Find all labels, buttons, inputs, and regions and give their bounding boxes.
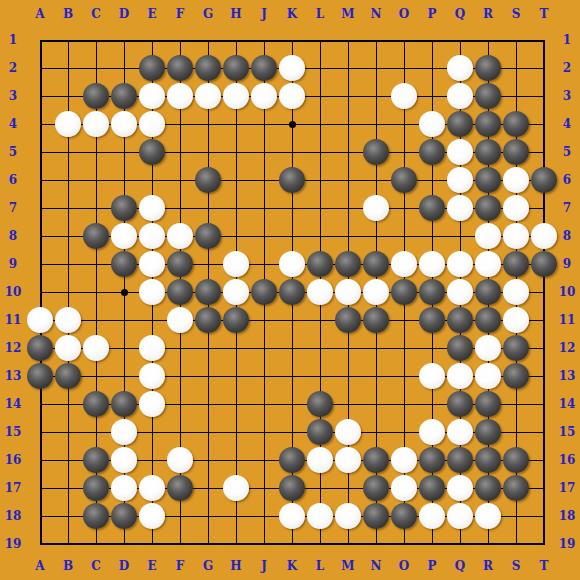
intersection-N10[interactable] bbox=[362, 278, 390, 306]
intersection-J19[interactable] bbox=[250, 530, 278, 558]
intersection-D5[interactable] bbox=[110, 138, 138, 166]
intersection-K10[interactable] bbox=[278, 278, 306, 306]
intersection-S12[interactable] bbox=[502, 334, 530, 362]
intersection-B11[interactable] bbox=[54, 306, 82, 334]
intersection-M15[interactable] bbox=[334, 418, 362, 446]
intersection-A3[interactable] bbox=[26, 82, 54, 110]
intersection-F8[interactable] bbox=[166, 222, 194, 250]
intersection-F14[interactable] bbox=[166, 390, 194, 418]
intersection-T12[interactable] bbox=[530, 334, 558, 362]
intersection-K4[interactable] bbox=[278, 110, 306, 138]
intersection-D2[interactable] bbox=[110, 54, 138, 82]
intersection-E2[interactable] bbox=[138, 54, 166, 82]
intersection-O18[interactable] bbox=[390, 502, 418, 530]
intersection-R9[interactable] bbox=[474, 250, 502, 278]
intersection-S15[interactable] bbox=[502, 418, 530, 446]
intersection-N19[interactable] bbox=[362, 530, 390, 558]
intersection-Q7[interactable] bbox=[446, 194, 474, 222]
intersection-M14[interactable] bbox=[334, 390, 362, 418]
intersection-D14[interactable] bbox=[110, 390, 138, 418]
intersection-O10[interactable] bbox=[390, 278, 418, 306]
intersection-S5[interactable] bbox=[502, 138, 530, 166]
intersection-Q19[interactable] bbox=[446, 530, 474, 558]
intersection-L3[interactable] bbox=[306, 82, 334, 110]
intersection-D12[interactable] bbox=[110, 334, 138, 362]
intersection-H9[interactable] bbox=[222, 250, 250, 278]
intersection-M7[interactable] bbox=[334, 194, 362, 222]
intersection-K14[interactable] bbox=[278, 390, 306, 418]
intersection-J8[interactable] bbox=[250, 222, 278, 250]
intersection-J13[interactable] bbox=[250, 362, 278, 390]
intersection-G17[interactable] bbox=[194, 474, 222, 502]
intersection-C5[interactable] bbox=[82, 138, 110, 166]
intersection-E10[interactable] bbox=[138, 278, 166, 306]
intersection-H16[interactable] bbox=[222, 446, 250, 474]
intersection-S14[interactable] bbox=[502, 390, 530, 418]
intersection-S11[interactable] bbox=[502, 306, 530, 334]
intersection-K17[interactable] bbox=[278, 474, 306, 502]
intersection-B10[interactable] bbox=[54, 278, 82, 306]
intersection-C11[interactable] bbox=[82, 306, 110, 334]
intersection-R15[interactable] bbox=[474, 418, 502, 446]
intersection-S7[interactable] bbox=[502, 194, 530, 222]
intersection-T2[interactable] bbox=[530, 54, 558, 82]
intersection-O4[interactable] bbox=[390, 110, 418, 138]
intersection-T11[interactable] bbox=[530, 306, 558, 334]
intersection-C6[interactable] bbox=[82, 166, 110, 194]
intersection-S16[interactable] bbox=[502, 446, 530, 474]
intersection-E5[interactable] bbox=[138, 138, 166, 166]
intersection-C1[interactable] bbox=[82, 26, 110, 54]
intersection-C8[interactable] bbox=[82, 222, 110, 250]
intersection-S18[interactable] bbox=[502, 502, 530, 530]
intersection-L11[interactable] bbox=[306, 306, 334, 334]
intersection-L17[interactable] bbox=[306, 474, 334, 502]
intersection-J15[interactable] bbox=[250, 418, 278, 446]
intersection-A12[interactable] bbox=[26, 334, 54, 362]
intersection-E6[interactable] bbox=[138, 166, 166, 194]
intersection-E4[interactable] bbox=[138, 110, 166, 138]
intersection-J6[interactable] bbox=[250, 166, 278, 194]
intersection-M10[interactable] bbox=[334, 278, 362, 306]
intersection-Q17[interactable] bbox=[446, 474, 474, 502]
intersection-N3[interactable] bbox=[362, 82, 390, 110]
intersection-Q2[interactable] bbox=[446, 54, 474, 82]
intersection-M16[interactable] bbox=[334, 446, 362, 474]
intersection-K7[interactable] bbox=[278, 194, 306, 222]
intersection-N11[interactable] bbox=[362, 306, 390, 334]
intersection-N9[interactable] bbox=[362, 250, 390, 278]
intersection-D9[interactable] bbox=[110, 250, 138, 278]
intersection-G18[interactable] bbox=[194, 502, 222, 530]
intersection-T9[interactable] bbox=[530, 250, 558, 278]
intersection-H2[interactable] bbox=[222, 54, 250, 82]
intersection-A18[interactable] bbox=[26, 502, 54, 530]
intersection-N15[interactable] bbox=[362, 418, 390, 446]
intersection-R11[interactable] bbox=[474, 306, 502, 334]
intersection-R3[interactable] bbox=[474, 82, 502, 110]
intersection-R2[interactable] bbox=[474, 54, 502, 82]
intersection-C12[interactable] bbox=[82, 334, 110, 362]
intersection-P13[interactable] bbox=[418, 362, 446, 390]
intersection-Q9[interactable] bbox=[446, 250, 474, 278]
intersection-K1[interactable] bbox=[278, 26, 306, 54]
intersection-B4[interactable] bbox=[54, 110, 82, 138]
intersection-F9[interactable] bbox=[166, 250, 194, 278]
intersection-G4[interactable] bbox=[194, 110, 222, 138]
intersection-E17[interactable] bbox=[138, 474, 166, 502]
intersection-B18[interactable] bbox=[54, 502, 82, 530]
intersection-C13[interactable] bbox=[82, 362, 110, 390]
intersection-Q1[interactable] bbox=[446, 26, 474, 54]
intersection-R8[interactable] bbox=[474, 222, 502, 250]
intersection-H19[interactable] bbox=[222, 530, 250, 558]
intersection-G10[interactable] bbox=[194, 278, 222, 306]
intersection-C18[interactable] bbox=[82, 502, 110, 530]
intersection-S2[interactable] bbox=[502, 54, 530, 82]
intersection-T19[interactable] bbox=[530, 530, 558, 558]
intersection-B12[interactable] bbox=[54, 334, 82, 362]
intersection-F5[interactable] bbox=[166, 138, 194, 166]
intersection-Q6[interactable] bbox=[446, 166, 474, 194]
intersection-C7[interactable] bbox=[82, 194, 110, 222]
intersection-Q16[interactable] bbox=[446, 446, 474, 474]
intersection-B19[interactable] bbox=[54, 530, 82, 558]
intersection-H4[interactable] bbox=[222, 110, 250, 138]
intersection-N1[interactable] bbox=[362, 26, 390, 54]
intersection-D15[interactable] bbox=[110, 418, 138, 446]
intersection-K8[interactable] bbox=[278, 222, 306, 250]
intersection-A19[interactable] bbox=[26, 530, 54, 558]
intersection-J5[interactable] bbox=[250, 138, 278, 166]
intersection-E15[interactable] bbox=[138, 418, 166, 446]
intersection-Q13[interactable] bbox=[446, 362, 474, 390]
intersection-P12[interactable] bbox=[418, 334, 446, 362]
intersection-K13[interactable] bbox=[278, 362, 306, 390]
intersection-J3[interactable] bbox=[250, 82, 278, 110]
intersection-M4[interactable] bbox=[334, 110, 362, 138]
intersection-N7[interactable] bbox=[362, 194, 390, 222]
intersection-L14[interactable] bbox=[306, 390, 334, 418]
intersection-F19[interactable] bbox=[166, 530, 194, 558]
intersection-T7[interactable] bbox=[530, 194, 558, 222]
intersection-M8[interactable] bbox=[334, 222, 362, 250]
intersection-H1[interactable] bbox=[222, 26, 250, 54]
intersection-J7[interactable] bbox=[250, 194, 278, 222]
intersection-Q18[interactable] bbox=[446, 502, 474, 530]
intersection-B5[interactable] bbox=[54, 138, 82, 166]
intersection-P3[interactable] bbox=[418, 82, 446, 110]
intersection-L16[interactable] bbox=[306, 446, 334, 474]
intersection-F1[interactable] bbox=[166, 26, 194, 54]
intersection-S6[interactable] bbox=[502, 166, 530, 194]
intersection-B1[interactable] bbox=[54, 26, 82, 54]
intersection-E13[interactable] bbox=[138, 362, 166, 390]
intersection-J12[interactable] bbox=[250, 334, 278, 362]
intersection-P5[interactable] bbox=[418, 138, 446, 166]
intersection-E7[interactable] bbox=[138, 194, 166, 222]
intersection-S17[interactable] bbox=[502, 474, 530, 502]
intersection-A11[interactable] bbox=[26, 306, 54, 334]
intersection-O1[interactable] bbox=[390, 26, 418, 54]
intersection-O13[interactable] bbox=[390, 362, 418, 390]
intersection-M11[interactable] bbox=[334, 306, 362, 334]
intersection-Q12[interactable] bbox=[446, 334, 474, 362]
intersection-O7[interactable] bbox=[390, 194, 418, 222]
intersection-C15[interactable] bbox=[82, 418, 110, 446]
intersection-J16[interactable] bbox=[250, 446, 278, 474]
intersection-M1[interactable] bbox=[334, 26, 362, 54]
intersection-R5[interactable] bbox=[474, 138, 502, 166]
intersection-M3[interactable] bbox=[334, 82, 362, 110]
intersection-Q3[interactable] bbox=[446, 82, 474, 110]
intersection-R19[interactable] bbox=[474, 530, 502, 558]
intersection-K2[interactable] bbox=[278, 54, 306, 82]
intersection-P17[interactable] bbox=[418, 474, 446, 502]
intersection-C19[interactable] bbox=[82, 530, 110, 558]
intersection-L10[interactable] bbox=[306, 278, 334, 306]
intersection-A17[interactable] bbox=[26, 474, 54, 502]
intersection-R1[interactable] bbox=[474, 26, 502, 54]
intersection-H5[interactable] bbox=[222, 138, 250, 166]
intersection-N8[interactable] bbox=[362, 222, 390, 250]
intersection-G11[interactable] bbox=[194, 306, 222, 334]
intersection-P8[interactable] bbox=[418, 222, 446, 250]
intersection-T13[interactable] bbox=[530, 362, 558, 390]
intersection-D13[interactable] bbox=[110, 362, 138, 390]
intersection-A5[interactable] bbox=[26, 138, 54, 166]
intersection-E19[interactable] bbox=[138, 530, 166, 558]
intersection-F17[interactable] bbox=[166, 474, 194, 502]
intersection-F18[interactable] bbox=[166, 502, 194, 530]
intersection-P10[interactable] bbox=[418, 278, 446, 306]
intersection-N18[interactable] bbox=[362, 502, 390, 530]
intersection-T1[interactable] bbox=[530, 26, 558, 54]
intersection-C17[interactable] bbox=[82, 474, 110, 502]
intersection-T17[interactable] bbox=[530, 474, 558, 502]
intersection-H11[interactable] bbox=[222, 306, 250, 334]
intersection-F10[interactable] bbox=[166, 278, 194, 306]
intersection-K12[interactable] bbox=[278, 334, 306, 362]
intersection-M18[interactable] bbox=[334, 502, 362, 530]
intersection-G5[interactable] bbox=[194, 138, 222, 166]
intersection-D16[interactable] bbox=[110, 446, 138, 474]
intersection-D11[interactable] bbox=[110, 306, 138, 334]
intersection-A2[interactable] bbox=[26, 54, 54, 82]
intersection-L1[interactable] bbox=[306, 26, 334, 54]
intersection-N6[interactable] bbox=[362, 166, 390, 194]
intersection-L4[interactable] bbox=[306, 110, 334, 138]
intersection-T16[interactable] bbox=[530, 446, 558, 474]
intersection-R7[interactable] bbox=[474, 194, 502, 222]
intersection-M2[interactable] bbox=[334, 54, 362, 82]
intersection-K3[interactable] bbox=[278, 82, 306, 110]
intersection-D10[interactable] bbox=[110, 278, 138, 306]
intersection-K6[interactable] bbox=[278, 166, 306, 194]
intersection-B2[interactable] bbox=[54, 54, 82, 82]
intersection-B17[interactable] bbox=[54, 474, 82, 502]
intersection-P16[interactable] bbox=[418, 446, 446, 474]
intersection-R13[interactable] bbox=[474, 362, 502, 390]
intersection-S8[interactable] bbox=[502, 222, 530, 250]
intersection-B7[interactable] bbox=[54, 194, 82, 222]
intersection-O2[interactable] bbox=[390, 54, 418, 82]
intersection-A16[interactable] bbox=[26, 446, 54, 474]
intersection-F15[interactable] bbox=[166, 418, 194, 446]
intersection-G1[interactable] bbox=[194, 26, 222, 54]
intersection-S3[interactable] bbox=[502, 82, 530, 110]
intersection-M5[interactable] bbox=[334, 138, 362, 166]
intersection-J11[interactable] bbox=[250, 306, 278, 334]
intersection-H13[interactable] bbox=[222, 362, 250, 390]
intersection-J1[interactable] bbox=[250, 26, 278, 54]
intersection-D3[interactable] bbox=[110, 82, 138, 110]
intersection-B15[interactable] bbox=[54, 418, 82, 446]
intersection-F11[interactable] bbox=[166, 306, 194, 334]
intersection-B13[interactable] bbox=[54, 362, 82, 390]
intersection-T18[interactable] bbox=[530, 502, 558, 530]
intersection-T15[interactable] bbox=[530, 418, 558, 446]
intersection-O9[interactable] bbox=[390, 250, 418, 278]
intersection-F3[interactable] bbox=[166, 82, 194, 110]
intersection-F12[interactable] bbox=[166, 334, 194, 362]
intersection-O6[interactable] bbox=[390, 166, 418, 194]
intersection-M13[interactable] bbox=[334, 362, 362, 390]
intersection-G15[interactable] bbox=[194, 418, 222, 446]
intersection-E9[interactable] bbox=[138, 250, 166, 278]
intersection-D1[interactable] bbox=[110, 26, 138, 54]
intersection-R18[interactable] bbox=[474, 502, 502, 530]
intersection-P1[interactable] bbox=[418, 26, 446, 54]
intersection-G13[interactable] bbox=[194, 362, 222, 390]
intersection-G12[interactable] bbox=[194, 334, 222, 362]
intersection-L5[interactable] bbox=[306, 138, 334, 166]
intersection-A6[interactable] bbox=[26, 166, 54, 194]
intersection-N4[interactable] bbox=[362, 110, 390, 138]
intersection-C14[interactable] bbox=[82, 390, 110, 418]
intersection-T14[interactable] bbox=[530, 390, 558, 418]
intersection-T4[interactable] bbox=[530, 110, 558, 138]
intersection-G2[interactable] bbox=[194, 54, 222, 82]
intersection-G7[interactable] bbox=[194, 194, 222, 222]
intersection-G16[interactable] bbox=[194, 446, 222, 474]
intersection-Q15[interactable] bbox=[446, 418, 474, 446]
intersection-Q5[interactable] bbox=[446, 138, 474, 166]
intersection-D6[interactable] bbox=[110, 166, 138, 194]
intersection-G19[interactable] bbox=[194, 530, 222, 558]
intersection-Q14[interactable] bbox=[446, 390, 474, 418]
intersection-D8[interactable] bbox=[110, 222, 138, 250]
intersection-A14[interactable] bbox=[26, 390, 54, 418]
intersection-C9[interactable] bbox=[82, 250, 110, 278]
intersection-B6[interactable] bbox=[54, 166, 82, 194]
intersection-H15[interactable] bbox=[222, 418, 250, 446]
intersection-O15[interactable] bbox=[390, 418, 418, 446]
intersection-H12[interactable] bbox=[222, 334, 250, 362]
intersection-L8[interactable] bbox=[306, 222, 334, 250]
intersection-E16[interactable] bbox=[138, 446, 166, 474]
intersection-N2[interactable] bbox=[362, 54, 390, 82]
intersection-D19[interactable] bbox=[110, 530, 138, 558]
intersection-N17[interactable] bbox=[362, 474, 390, 502]
intersection-M17[interactable] bbox=[334, 474, 362, 502]
intersection-N16[interactable] bbox=[362, 446, 390, 474]
intersection-F13[interactable] bbox=[166, 362, 194, 390]
intersection-M6[interactable] bbox=[334, 166, 362, 194]
intersection-H14[interactable] bbox=[222, 390, 250, 418]
intersection-S10[interactable] bbox=[502, 278, 530, 306]
intersection-E3[interactable] bbox=[138, 82, 166, 110]
intersection-R12[interactable] bbox=[474, 334, 502, 362]
intersection-B3[interactable] bbox=[54, 82, 82, 110]
intersection-O16[interactable] bbox=[390, 446, 418, 474]
intersection-A1[interactable] bbox=[26, 26, 54, 54]
intersection-C2[interactable] bbox=[82, 54, 110, 82]
intersection-O19[interactable] bbox=[390, 530, 418, 558]
intersection-K5[interactable] bbox=[278, 138, 306, 166]
intersection-H7[interactable] bbox=[222, 194, 250, 222]
intersection-N14[interactable] bbox=[362, 390, 390, 418]
intersection-E11[interactable] bbox=[138, 306, 166, 334]
intersection-H10[interactable] bbox=[222, 278, 250, 306]
intersection-T10[interactable] bbox=[530, 278, 558, 306]
intersection-K15[interactable] bbox=[278, 418, 306, 446]
intersection-A7[interactable] bbox=[26, 194, 54, 222]
intersection-P11[interactable] bbox=[418, 306, 446, 334]
intersection-L19[interactable] bbox=[306, 530, 334, 558]
intersection-E12[interactable] bbox=[138, 334, 166, 362]
intersection-K16[interactable] bbox=[278, 446, 306, 474]
intersection-O14[interactable] bbox=[390, 390, 418, 418]
intersection-N12[interactable] bbox=[362, 334, 390, 362]
intersection-A13[interactable] bbox=[26, 362, 54, 390]
intersection-F7[interactable] bbox=[166, 194, 194, 222]
intersection-E18[interactable] bbox=[138, 502, 166, 530]
intersection-O11[interactable] bbox=[390, 306, 418, 334]
intersection-O12[interactable] bbox=[390, 334, 418, 362]
intersection-O3[interactable] bbox=[390, 82, 418, 110]
intersection-C3[interactable] bbox=[82, 82, 110, 110]
intersection-E1[interactable] bbox=[138, 26, 166, 54]
intersection-D7[interactable] bbox=[110, 194, 138, 222]
intersection-P18[interactable] bbox=[418, 502, 446, 530]
intersection-B16[interactable] bbox=[54, 446, 82, 474]
intersection-H8[interactable] bbox=[222, 222, 250, 250]
intersection-G6[interactable] bbox=[194, 166, 222, 194]
intersection-J10[interactable] bbox=[250, 278, 278, 306]
intersection-J18[interactable] bbox=[250, 502, 278, 530]
intersection-P7[interactable] bbox=[418, 194, 446, 222]
intersection-F2[interactable] bbox=[166, 54, 194, 82]
intersection-P14[interactable] bbox=[418, 390, 446, 418]
intersection-R6[interactable] bbox=[474, 166, 502, 194]
intersection-P9[interactable] bbox=[418, 250, 446, 278]
intersection-L13[interactable] bbox=[306, 362, 334, 390]
intersection-S4[interactable] bbox=[502, 110, 530, 138]
intersection-M9[interactable] bbox=[334, 250, 362, 278]
intersection-F16[interactable] bbox=[166, 446, 194, 474]
intersection-L18[interactable] bbox=[306, 502, 334, 530]
intersection-T5[interactable] bbox=[530, 138, 558, 166]
intersection-S9[interactable] bbox=[502, 250, 530, 278]
intersection-J2[interactable] bbox=[250, 54, 278, 82]
intersection-H18[interactable] bbox=[222, 502, 250, 530]
intersection-H6[interactable] bbox=[222, 166, 250, 194]
intersection-A8[interactable] bbox=[26, 222, 54, 250]
intersection-B8[interactable] bbox=[54, 222, 82, 250]
intersection-A10[interactable] bbox=[26, 278, 54, 306]
intersection-C10[interactable] bbox=[82, 278, 110, 306]
